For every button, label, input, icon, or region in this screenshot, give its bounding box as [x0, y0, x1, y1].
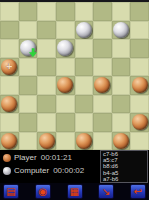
square-e1[interactable]	[75, 132, 94, 151]
square-c8[interactable]	[37, 2, 56, 21]
square-g4[interactable]	[112, 76, 131, 95]
square-g2[interactable]	[112, 113, 131, 132]
square-a1[interactable]	[0, 132, 19, 151]
move-entry: a7-b6	[103, 176, 145, 182]
square-d1[interactable]	[56, 132, 75, 151]
square-c6[interactable]	[37, 39, 56, 58]
player-time: 00:01:21	[41, 153, 72, 162]
square-h3[interactable]	[130, 95, 149, 114]
square-f8[interactable]	[93, 2, 112, 21]
flag-board-icon: ▦	[70, 187, 79, 197]
square-a4[interactable]	[0, 76, 19, 95]
square-e8[interactable]	[75, 2, 94, 21]
square-c5[interactable]	[37, 58, 56, 77]
square-b1[interactable]	[19, 132, 38, 151]
list-icon: ▤	[6, 187, 15, 197]
player-piece-icon	[3, 154, 11, 162]
square-b2[interactable]	[19, 113, 38, 132]
square-h7[interactable]	[130, 21, 149, 40]
last-move-arrow-icon	[29, 48, 37, 57]
undo-arrow-icon: ↩	[134, 187, 142, 197]
red-king[interactable]: +	[1, 59, 17, 75]
square-b5[interactable]	[19, 58, 38, 77]
computer-time: 00:00:02	[53, 166, 84, 175]
square-a3[interactable]	[0, 95, 19, 114]
toolbar: ▤ ◉ ▦ ↘ ↩	[0, 183, 149, 200]
king-cross-icon: +	[1, 59, 17, 75]
red-piece[interactable]	[57, 77, 73, 93]
square-f3[interactable]	[93, 95, 112, 114]
red-piece[interactable]	[76, 133, 92, 149]
square-c2[interactable]	[37, 113, 56, 132]
square-a5[interactable]: +	[0, 58, 19, 77]
square-g3[interactable]	[112, 95, 131, 114]
computer-label: Computer	[14, 166, 49, 175]
square-a2[interactable]	[0, 113, 19, 132]
square-d6[interactable]	[56, 39, 75, 58]
square-g6[interactable]	[112, 39, 131, 58]
square-a8[interactable]	[0, 2, 19, 21]
red-piece[interactable]	[94, 77, 110, 93]
square-a7[interactable]	[0, 21, 19, 40]
square-e7[interactable]	[75, 21, 94, 40]
square-b8[interactable]	[19, 2, 38, 21]
square-f5[interactable]	[93, 58, 112, 77]
square-d2[interactable]	[56, 113, 75, 132]
undo-button[interactable]: ↩	[130, 184, 146, 199]
red-piece[interactable]	[113, 133, 129, 149]
red-piece[interactable]	[1, 96, 17, 112]
square-f4[interactable]	[93, 76, 112, 95]
pieces-button[interactable]: ◉	[35, 184, 51, 199]
square-d5[interactable]	[56, 58, 75, 77]
square-f2[interactable]	[93, 113, 112, 132]
square-a6[interactable]	[0, 39, 19, 58]
square-h4[interactable]	[130, 76, 149, 95]
red-piece[interactable]	[132, 114, 148, 130]
ball-icon: ◉	[38, 187, 47, 197]
checkers-board: +	[0, 2, 149, 150]
player-label: Player	[14, 153, 37, 162]
app-window: + Player 00:01:21 Computer 00:00:02 c7-b…	[0, 0, 149, 200]
square-c4[interactable]	[37, 76, 56, 95]
square-g1[interactable]	[112, 132, 131, 151]
square-e6[interactable]	[75, 39, 94, 58]
square-b7[interactable]	[19, 21, 38, 40]
white-piece[interactable]	[76, 22, 92, 38]
square-g7[interactable]	[112, 21, 131, 40]
hint-button[interactable]: ↘	[98, 184, 114, 199]
white-piece[interactable]	[113, 22, 129, 38]
square-d7[interactable]	[56, 21, 75, 40]
square-g8[interactable]	[112, 2, 131, 21]
square-b6[interactable]	[19, 39, 38, 58]
square-h2[interactable]	[130, 113, 149, 132]
square-d4[interactable]	[56, 76, 75, 95]
square-d3[interactable]	[56, 95, 75, 114]
menu-button[interactable]: ▤	[3, 184, 19, 199]
square-b4[interactable]	[19, 76, 38, 95]
status-panel: Player 00:01:21 Computer 00:00:02 c7-b6 …	[0, 150, 149, 183]
square-f6[interactable]	[93, 39, 112, 58]
red-piece[interactable]	[1, 133, 17, 149]
square-e5[interactable]	[75, 58, 94, 77]
square-e3[interactable]	[75, 95, 94, 114]
square-h6[interactable]	[130, 39, 149, 58]
red-piece[interactable]	[39, 133, 55, 149]
square-h1[interactable]	[130, 132, 149, 151]
square-c1[interactable]	[37, 132, 56, 151]
square-f7[interactable]	[93, 21, 112, 40]
white-piece[interactable]	[57, 40, 73, 56]
square-c7[interactable]	[37, 21, 56, 40]
board-button[interactable]: ▦	[67, 184, 83, 199]
square-c3[interactable]	[37, 95, 56, 114]
square-e2[interactable]	[75, 113, 94, 132]
move-arrow-icon: ↘	[102, 187, 110, 197]
square-g5[interactable]	[112, 58, 131, 77]
move-list[interactable]: c7-b6 a5:c7 b8:d6 b4-a5 a7-b6	[100, 150, 148, 183]
computer-piece-icon	[3, 167, 11, 175]
square-f1[interactable]	[93, 132, 112, 151]
square-d8[interactable]	[56, 2, 75, 21]
square-h5[interactable]	[130, 58, 149, 77]
square-b3[interactable]	[19, 95, 38, 114]
white-piece[interactable]	[20, 40, 36, 56]
square-e4[interactable]	[75, 76, 94, 95]
red-piece[interactable]	[132, 77, 148, 93]
square-h8[interactable]	[130, 2, 149, 21]
